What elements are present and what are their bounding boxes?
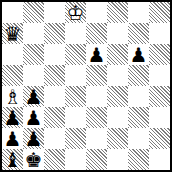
square-b8[interactable]	[23, 2, 44, 23]
square-d3[interactable]	[65, 107, 86, 128]
square-d4[interactable]	[65, 86, 86, 107]
square-f7[interactable]	[107, 23, 128, 44]
piece-black-pawn: ♟	[128, 44, 149, 65]
square-b5[interactable]	[23, 65, 44, 86]
square-c1[interactable]	[44, 149, 65, 170]
square-c7[interactable]	[44, 23, 65, 44]
square-h6[interactable]	[149, 44, 170, 65]
square-f8[interactable]	[107, 2, 128, 23]
piece-black-pawn: ♟	[2, 107, 23, 128]
square-g3[interactable]	[128, 107, 149, 128]
square-a6[interactable]	[2, 44, 23, 65]
square-f2[interactable]	[107, 128, 128, 149]
piece-black-queen: ♛	[2, 23, 23, 44]
square-h5[interactable]	[149, 65, 170, 86]
square-e7[interactable]	[86, 23, 107, 44]
square-h3[interactable]	[149, 107, 170, 128]
square-e5[interactable]	[86, 65, 107, 86]
square-c5[interactable]	[44, 65, 65, 86]
piece-black-king: ♚	[23, 149, 44, 170]
piece-black-pawn: ♟	[86, 44, 107, 65]
square-a8[interactable]	[2, 2, 23, 23]
piece-black-bishop: ♝	[2, 149, 23, 170]
square-b7[interactable]	[23, 23, 44, 44]
square-a5[interactable]	[2, 65, 23, 86]
square-e4[interactable]	[86, 86, 107, 107]
square-b6[interactable]	[23, 44, 44, 65]
square-h4[interactable]	[149, 86, 170, 107]
square-d1[interactable]	[65, 149, 86, 170]
square-c8[interactable]	[44, 2, 65, 23]
square-g4[interactable]	[128, 86, 149, 107]
square-g6[interactable]: ♟	[128, 44, 149, 65]
square-h2[interactable]	[149, 128, 170, 149]
piece-black-pawn: ♟	[23, 86, 44, 107]
square-h7[interactable]	[149, 23, 170, 44]
square-e8[interactable]	[86, 2, 107, 23]
square-g5[interactable]	[128, 65, 149, 86]
piece-black-pawn: ♟	[23, 128, 44, 149]
square-f5[interactable]	[107, 65, 128, 86]
piece-black-pawn: ♟	[23, 107, 44, 128]
square-a3[interactable]: ♟	[2, 107, 23, 128]
chess-diagram: ♚♔♛♟♟♝♗♟♟♟♟♟♝♚	[0, 0, 172, 172]
square-g1[interactable]	[128, 149, 149, 170]
square-f1[interactable]	[107, 149, 128, 170]
square-f6[interactable]	[107, 44, 128, 65]
square-c3[interactable]	[44, 107, 65, 128]
square-e6[interactable]: ♟	[86, 44, 107, 65]
square-e3[interactable]	[86, 107, 107, 128]
square-d6[interactable]	[65, 44, 86, 65]
square-d7[interactable]	[65, 23, 86, 44]
square-g7[interactable]	[128, 23, 149, 44]
square-h1[interactable]	[149, 149, 170, 170]
square-b4[interactable]: ♟	[23, 86, 44, 107]
square-f4[interactable]	[107, 86, 128, 107]
square-f3[interactable]	[107, 107, 128, 128]
square-c6[interactable]	[44, 44, 65, 65]
square-c4[interactable]	[44, 86, 65, 107]
square-g8[interactable]	[128, 2, 149, 23]
square-c2[interactable]	[44, 128, 65, 149]
square-d5[interactable]	[65, 65, 86, 86]
piece-black-pawn: ♟	[2, 128, 23, 149]
square-d8[interactable]: ♚♔	[65, 2, 86, 23]
square-e1[interactable]	[86, 149, 107, 170]
square-b1[interactable]: ♚	[23, 149, 44, 170]
square-a1[interactable]: ♝	[2, 149, 23, 170]
piece-white-bishop: ♝♗	[2, 86, 23, 107]
chess-board: ♚♔♛♟♟♝♗♟♟♟♟♟♝♚	[0, 0, 172, 172]
square-b2[interactable]: ♟	[23, 128, 44, 149]
square-a7[interactable]: ♛	[2, 23, 23, 44]
square-b3[interactable]: ♟	[23, 107, 44, 128]
piece-white-king: ♚♔	[65, 2, 86, 23]
square-g2[interactable]	[128, 128, 149, 149]
square-a4[interactable]: ♝♗	[2, 86, 23, 107]
square-h8[interactable]	[149, 2, 170, 23]
square-a2[interactable]: ♟	[2, 128, 23, 149]
square-d2[interactable]	[65, 128, 86, 149]
square-e2[interactable]	[86, 128, 107, 149]
